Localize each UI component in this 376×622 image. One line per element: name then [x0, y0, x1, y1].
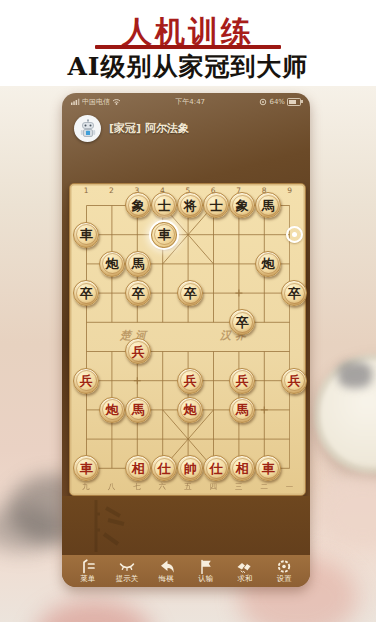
piece-black-chariot[interactable]: 車 [73, 222, 99, 248]
file-number: 六 [150, 482, 175, 492]
piece-red-elephant[interactable]: 相 [229, 455, 255, 481]
hint-off-button[interactable]: 提示关 [108, 559, 146, 584]
status-left: 中国电信 [71, 97, 121, 107]
background-red-smudge [34, 600, 154, 622]
wifi-icon [112, 98, 121, 105]
page-subtitle: AI级别从家冠到大师 [0, 50, 376, 83]
piece-black-general[interactable]: 将 [177, 192, 203, 218]
piece-red-general[interactable]: 帥 [177, 455, 203, 481]
handshake-icon [236, 559, 253, 574]
battery-percent: 64% [269, 98, 285, 106]
gear-icon [276, 559, 292, 574]
bamboo-decoration [86, 500, 146, 552]
piece-black-elephant[interactable]: 象 [229, 192, 255, 218]
resign-button[interactable]: 认输 [187, 559, 225, 584]
piece-red-soldier[interactable]: 兵 [73, 368, 99, 394]
file-number: 七 [124, 482, 149, 492]
piece-black-soldier[interactable]: 卒 [177, 280, 203, 306]
piece-black-horse[interactable]: 馬 [125, 251, 151, 277]
piece-black-chariot[interactable]: 車 [151, 222, 177, 248]
title-underline [95, 45, 281, 49]
piece-black-advisor[interactable]: 士 [203, 192, 229, 218]
piece-black-cannon[interactable]: 炮 [255, 251, 281, 277]
carrier-label: 中国电信 [82, 97, 110, 107]
piece-black-soldier[interactable]: 卒 [281, 280, 307, 306]
undo-button[interactable]: 悔棋 [147, 559, 185, 584]
file-number: 四 [201, 482, 226, 492]
clock-label: 下午4:47 [175, 97, 205, 107]
piece-red-soldier[interactable]: 兵 [177, 368, 203, 394]
piece-red-elephant[interactable]: 相 [125, 455, 151, 481]
hint-off-label: 提示关 [116, 574, 139, 584]
xiangqi-board[interactable]: 123456789 楚河 汉界 象士将士象馬車車炮馬炮卒卒卒卒卒兵兵兵兵兵炮馬炮… [69, 183, 306, 496]
screenshot: 人机训练 AI级别从家冠到大师 中国电信 下午4:47 [0, 0, 376, 622]
file-number: 八 [99, 482, 124, 492]
battery-icon [287, 98, 301, 106]
last-move-origin-marker [286, 226, 303, 243]
piece-red-horse[interactable]: 馬 [229, 397, 255, 423]
player-row: [家冠] 阿尔法象 [74, 115, 189, 142]
file-number: 九 [73, 482, 98, 492]
undo-arrow-icon [158, 559, 175, 574]
undo-label: 悔棋 [159, 574, 174, 584]
toolbar: 菜单 提示关 悔棋 认输 [62, 555, 310, 587]
draw-button[interactable]: 求和 [226, 559, 264, 584]
menu-label: 菜单 [80, 574, 95, 584]
under-board-panel [62, 496, 310, 555]
piece-red-chariot[interactable]: 車 [73, 455, 99, 481]
background-chess-piece-2 [318, 478, 376, 548]
signal-icon [71, 98, 80, 105]
closed-eye-icon [118, 559, 136, 574]
piece-red-soldier[interactable]: 兵 [281, 368, 307, 394]
status-bar: 中国电信 下午4:47 64% [62, 95, 310, 108]
avatar [74, 115, 101, 142]
file-number: 五 [175, 482, 200, 492]
piece-red-advisor[interactable]: 仕 [203, 455, 229, 481]
piece-red-advisor[interactable]: 仕 [151, 455, 177, 481]
resign-label: 认输 [198, 574, 213, 584]
phone-mockup: 中国电信 下午4:47 64% [62, 93, 310, 587]
player-name: [家冠] 阿尔法象 [109, 121, 189, 136]
rotation-lock-icon [259, 98, 267, 106]
piece-red-chariot[interactable]: 車 [255, 455, 281, 481]
settings-label: 设置 [277, 574, 292, 584]
bottom-coordinates: 九八七六五四三二一 [73, 482, 302, 492]
draw-label: 求和 [237, 574, 252, 584]
piece-black-cannon[interactable]: 炮 [99, 251, 125, 277]
pieces-layer: 象士将士象馬車車炮馬炮卒卒卒卒卒兵兵兵兵兵炮馬炮馬車相仕帥仕相車 [73, 191, 302, 483]
piece-red-horse[interactable]: 馬 [125, 397, 151, 423]
file-number: 一 [277, 482, 302, 492]
settings-button[interactable]: 设置 [265, 559, 303, 584]
piece-black-advisor[interactable]: 士 [151, 192, 177, 218]
robot-icon [78, 119, 98, 139]
piece-black-horse[interactable]: 馬 [255, 192, 281, 218]
piece-black-soldier[interactable]: 卒 [229, 309, 255, 335]
menu-icon [80, 559, 96, 574]
piece-red-soldier[interactable]: 兵 [229, 368, 255, 394]
piece-red-soldier[interactable]: 兵 [125, 338, 151, 364]
file-number: 二 [251, 482, 276, 492]
file-number: 三 [226, 482, 251, 492]
piece-black-elephant[interactable]: 象 [125, 192, 151, 218]
background-chess-piece-character [338, 362, 372, 388]
piece-black-soldier[interactable]: 卒 [125, 280, 151, 306]
piece-red-cannon[interactable]: 炮 [99, 397, 125, 423]
status-right: 64% [259, 98, 301, 106]
menu-button[interactable]: 菜单 [69, 559, 107, 584]
piece-red-cannon[interactable]: 炮 [177, 397, 203, 423]
flag-icon [198, 559, 213, 574]
piece-black-soldier[interactable]: 卒 [73, 280, 99, 306]
